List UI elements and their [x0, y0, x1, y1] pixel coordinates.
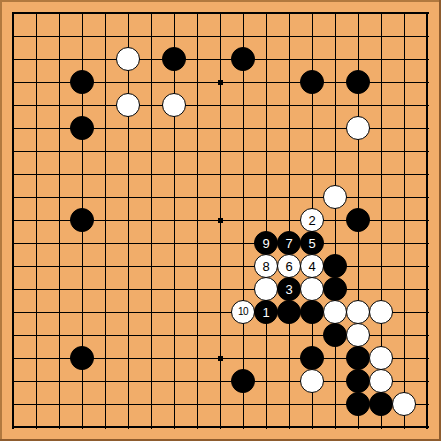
stone-white: [369, 346, 393, 370]
grid-line-vertical: [426, 12, 428, 429]
grid-line-vertical: [335, 12, 336, 429]
stone-black-move-7: 7: [277, 231, 301, 255]
move-number-label: 5: [308, 237, 315, 250]
move-number-label: 1: [262, 306, 269, 319]
stone-black: [300, 300, 324, 324]
move-number-label: 3: [285, 283, 292, 296]
stone-white-move-10: 10: [231, 300, 255, 324]
stone-white: [116, 47, 140, 71]
stone-white-move-2: 2: [300, 208, 324, 232]
grid-line-vertical: [289, 12, 290, 429]
stone-black: [346, 70, 370, 94]
grid-line-vertical: [266, 12, 267, 429]
stone-white-move-4: 4: [300, 254, 324, 278]
stone-black: [346, 369, 370, 393]
grid-line-horizontal: [12, 243, 429, 244]
stone-white: [346, 116, 370, 140]
go-diagram: 29758643101: [0, 0, 441, 441]
go-board: 29758643101: [0, 0, 441, 441]
move-number-label: 7: [285, 237, 292, 250]
star-point: [218, 80, 223, 85]
stone-black: [70, 346, 94, 370]
stone-white: [346, 300, 370, 324]
stone-black: [346, 346, 370, 370]
board-edge-left: [0, 0, 2, 441]
star-point: [218, 356, 223, 361]
move-number-label: 10: [238, 307, 248, 317]
stone-white: [162, 93, 186, 117]
stone-white-move-8: 8: [254, 254, 278, 278]
stone-black: [346, 208, 370, 232]
stone-white: [323, 300, 347, 324]
stone-black: [323, 277, 347, 301]
stone-black: [346, 392, 370, 416]
stone-black: [231, 47, 255, 71]
stone-black: [162, 47, 186, 71]
stone-white: [369, 369, 393, 393]
stone-black: [300, 70, 324, 94]
grid-line-vertical: [404, 12, 405, 429]
star-point: [218, 218, 223, 223]
stone-white: [346, 323, 370, 347]
stone-white: [300, 369, 324, 393]
move-number-label: 8: [262, 260, 269, 273]
stone-black-move-9: 9: [254, 231, 278, 255]
stone-white: [116, 93, 140, 117]
move-number-label: 9: [262, 237, 269, 250]
grid-line-vertical: [243, 12, 244, 429]
stone-white: [392, 392, 416, 416]
stone-black: [70, 70, 94, 94]
stone-white: [369, 300, 393, 324]
move-number-label: 2: [308, 214, 315, 227]
stone-black-move-5: 5: [300, 231, 324, 255]
stone-black: [277, 300, 301, 324]
stone-black: [231, 369, 255, 393]
move-number-label: 6: [285, 260, 292, 273]
grid-line-horizontal: [12, 426, 429, 428]
stone-black: [70, 116, 94, 140]
grid-line-horizontal: [12, 289, 429, 290]
stone-black: [300, 346, 324, 370]
stone-white: [300, 277, 324, 301]
grid-line-horizontal: [12, 266, 429, 267]
stone-white: [323, 185, 347, 209]
stone-black-move-1: 1: [254, 300, 278, 324]
stone-white-move-6: 6: [277, 254, 301, 278]
stone-black: [323, 254, 347, 278]
move-number-label: 4: [308, 260, 315, 273]
stone-black: [70, 208, 94, 232]
stone-black: [369, 392, 393, 416]
stone-black: [323, 323, 347, 347]
stone-black-move-3: 3: [277, 277, 301, 301]
stone-white: [254, 277, 278, 301]
board-edge-top: [0, 0, 441, 2]
